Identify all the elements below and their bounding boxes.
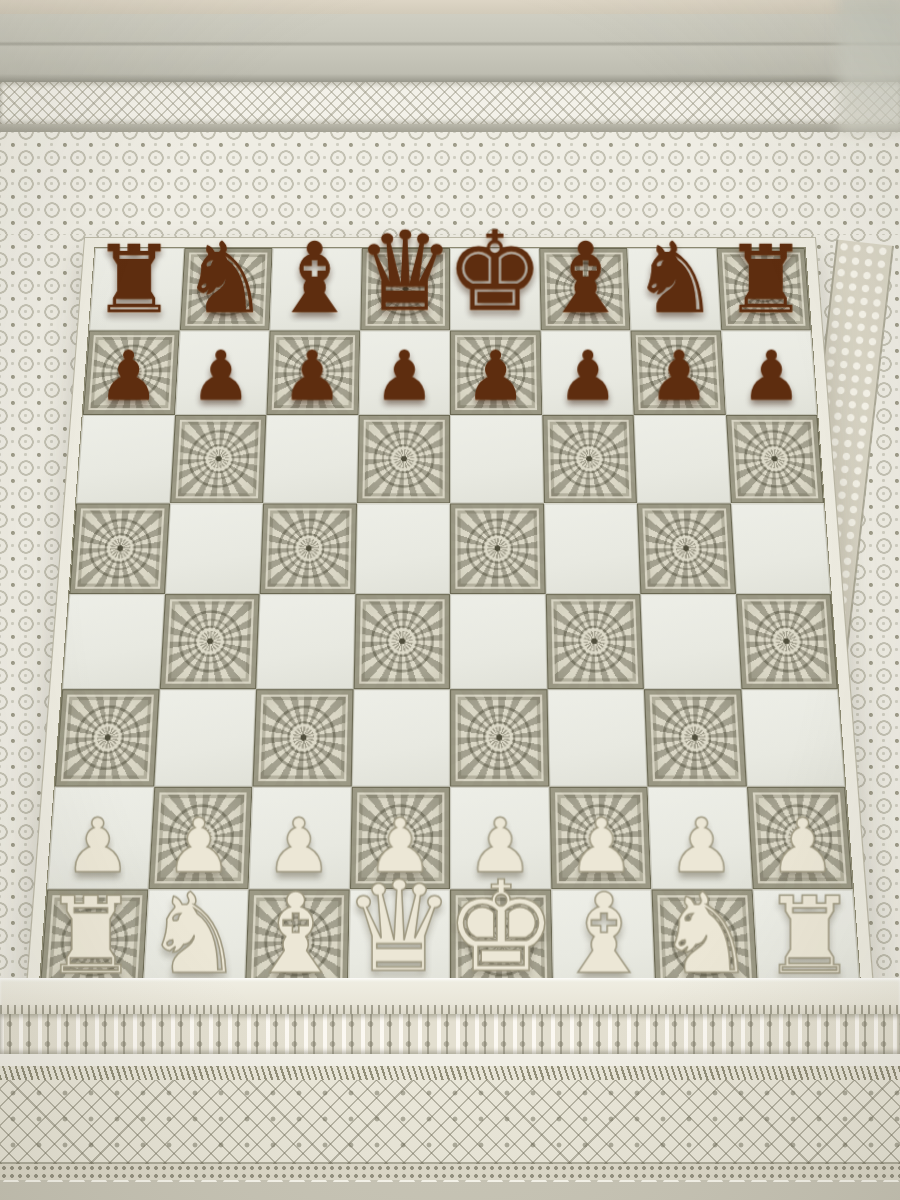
square-f7[interactable]: ♟ xyxy=(540,330,633,415)
square-a7[interactable]: ♟ xyxy=(83,330,180,415)
square-b6[interactable] xyxy=(170,415,267,503)
square-f5[interactable] xyxy=(543,503,640,594)
dark-queen[interactable]: ♛ xyxy=(356,216,455,326)
square-e7[interactable]: ♟ xyxy=(450,330,542,415)
dark-bishop[interactable]: ♝ xyxy=(271,228,359,326)
white-king[interactable]: ♚ xyxy=(445,865,557,990)
dark-pawn[interactable]: ♟ xyxy=(190,343,251,411)
square-d7[interactable]: ♟ xyxy=(358,330,450,415)
rope-twist-band xyxy=(0,1066,900,1080)
dark-pawn[interactable]: ♟ xyxy=(282,343,343,411)
wall-strip xyxy=(0,0,900,14)
white-bishop[interactable]: ♝ xyxy=(554,879,654,990)
square-d8[interactable]: ♛ xyxy=(360,248,450,330)
dark-rook[interactable]: ♜ xyxy=(724,233,808,327)
square-f6[interactable] xyxy=(542,415,637,503)
square-f4[interactable] xyxy=(545,594,644,689)
dark-pawn[interactable]: ♟ xyxy=(373,343,434,411)
square-e8[interactable]: ♚ xyxy=(450,248,540,330)
square-g5[interactable] xyxy=(637,503,736,594)
square-a4[interactable] xyxy=(62,594,164,689)
dark-pawn[interactable]: ♟ xyxy=(465,343,526,411)
dark-rook[interactable]: ♜ xyxy=(92,233,176,327)
square-b7[interactable]: ♟ xyxy=(175,330,270,415)
dark-pawn[interactable]: ♟ xyxy=(649,343,710,411)
white-pawn[interactable]: ♟ xyxy=(64,809,131,884)
white-queen[interactable]: ♛ xyxy=(343,865,455,990)
square-c6[interactable] xyxy=(263,415,358,503)
dark-king[interactable]: ♚ xyxy=(446,216,545,326)
square-d4[interactable] xyxy=(353,594,450,689)
dark-pawn[interactable]: ♟ xyxy=(98,343,159,411)
square-b4[interactable] xyxy=(159,594,259,689)
board-tilt: ♜♞♝♛♚♝♞♜♟♟♟♟♟♟♟♟♟♟♟♟♟♟♟♟♜♞♝♛♚♝♞♜ xyxy=(25,238,874,1008)
square-e4[interactable] xyxy=(450,594,547,689)
square-e5[interactable] xyxy=(450,503,545,594)
square-g8[interactable]: ♞ xyxy=(627,248,720,330)
square-f3[interactable] xyxy=(547,689,648,787)
square-h4[interactable] xyxy=(736,594,838,689)
chess-board: ♜♞♝♛♚♝♞♜♟♟♟♟♟♟♟♟♟♟♟♟♟♟♟♟♜♞♝♛♚♝♞♜ xyxy=(39,248,860,995)
petal-scallop-band xyxy=(0,1180,900,1200)
dark-knight[interactable]: ♞ xyxy=(632,228,720,326)
square-g3[interactable] xyxy=(644,689,746,787)
white-strip xyxy=(0,1054,900,1066)
dark-pawn[interactable]: ♟ xyxy=(740,343,801,411)
table-top-rail xyxy=(0,14,900,82)
square-g4[interactable] xyxy=(640,594,740,689)
square-a5[interactable] xyxy=(69,503,169,594)
board-frame: ♜♞♝♛♚♝♞♜♟♟♟♟♟♟♟♟♟♟♟♟♟♟♟♟♜♞♝♛♚♝♞♜ xyxy=(25,238,874,1008)
baluster-band xyxy=(0,1014,900,1054)
square-e3[interactable] xyxy=(450,689,549,787)
square-h5[interactable] xyxy=(730,503,830,594)
square-c7[interactable]: ♟ xyxy=(266,330,359,415)
white-knight[interactable]: ♞ xyxy=(657,879,757,990)
white-rook[interactable]: ♜ xyxy=(43,883,139,990)
square-a3[interactable] xyxy=(55,689,159,787)
square-c5[interactable] xyxy=(260,503,357,594)
square-d3[interactable] xyxy=(351,689,450,787)
background-blur-corner xyxy=(838,0,900,134)
white-knight[interactable]: ♞ xyxy=(144,879,244,990)
square-g6[interactable] xyxy=(634,415,731,503)
square-b5[interactable] xyxy=(164,503,263,594)
square-g7[interactable]: ♟ xyxy=(630,330,725,415)
dark-bishop[interactable]: ♝ xyxy=(541,228,629,326)
square-h8[interactable]: ♜ xyxy=(716,248,811,330)
square-h3[interactable] xyxy=(741,689,845,787)
square-c3[interactable] xyxy=(252,689,353,787)
rail-seam xyxy=(0,124,900,132)
square-a6[interactable] xyxy=(76,415,174,503)
square-a8[interactable]: ♜ xyxy=(89,248,184,330)
table-front-rail xyxy=(0,978,900,1014)
square-d6[interactable] xyxy=(357,415,450,503)
square-e6[interactable] xyxy=(450,415,543,503)
white-rook[interactable]: ♜ xyxy=(761,883,857,990)
square-b3[interactable] xyxy=(154,689,256,787)
white-pawn[interactable]: ♟ xyxy=(768,809,835,884)
board-scene: ♜♞♝♛♚♝♞♜♟♟♟♟♟♟♟♟♟♟♟♟♟♟♟♟♜♞♝♛♚♝♞♜ xyxy=(0,234,900,978)
square-d5[interactable] xyxy=(355,503,450,594)
white-bishop[interactable]: ♝ xyxy=(246,879,346,990)
square-c4[interactable] xyxy=(256,594,355,689)
dot-band xyxy=(0,1164,900,1180)
square-h7[interactable]: ♟ xyxy=(721,330,818,415)
dark-knight[interactable]: ♞ xyxy=(181,228,269,326)
square-h6[interactable] xyxy=(725,415,823,503)
square-b8[interactable]: ♞ xyxy=(179,248,272,330)
inlaid-chess-table-photo: ♜♞♝♛♚♝♞♜♟♟♟♟♟♟♟♟♟♟♟♟♟♟♟♟♜♞♝♛♚♝♞♜ xyxy=(0,0,900,1200)
square-f8[interactable]: ♝ xyxy=(539,248,631,330)
dark-pawn[interactable]: ♟ xyxy=(557,343,618,411)
square-c8[interactable]: ♝ xyxy=(270,248,362,330)
fretwork-band xyxy=(0,82,900,124)
lattice-band xyxy=(0,1080,900,1164)
